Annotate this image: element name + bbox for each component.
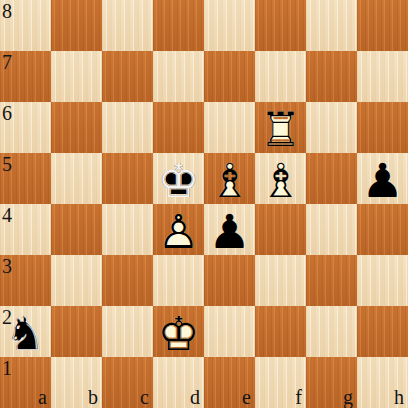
square-h7[interactable]: [357, 51, 408, 102]
white-rook-outline-glyph: ♖: [255, 102, 306, 157]
square-c2[interactable]: [102, 306, 153, 357]
square-g6[interactable]: [306, 102, 357, 153]
white-rook[interactable]: ♜♖: [255, 102, 306, 153]
black-pawn-fill-glyph: ♟: [204, 204, 255, 259]
square-a1[interactable]: 1a: [0, 357, 51, 408]
file-label-a: a: [38, 387, 47, 407]
square-e8[interactable]: [204, 0, 255, 51]
rank-label-7: 7: [2, 52, 12, 72]
rank-label-8: 8: [2, 1, 12, 21]
square-f7[interactable]: [255, 51, 306, 102]
square-c6[interactable]: [102, 102, 153, 153]
square-g4[interactable]: [306, 204, 357, 255]
square-d8[interactable]: [153, 0, 204, 51]
square-e6[interactable]: [204, 102, 255, 153]
square-e1[interactable]: e: [204, 357, 255, 408]
chess-board: 876♜♖5♚♔♝♗♝♗♟4♟♙♟32♞♘♚♔1abcdefgh: [0, 0, 408, 408]
rank-label-4: 4: [2, 205, 12, 225]
file-label-f: f: [295, 387, 302, 407]
square-h6[interactable]: [357, 102, 408, 153]
black-pawn-fill-glyph: ♟: [357, 153, 408, 208]
white-bishop[interactable]: ♝♗: [255, 153, 306, 204]
square-a2[interactable]: 2♞♘: [0, 306, 51, 357]
square-d2[interactable]: ♚♔: [153, 306, 204, 357]
white-bishop[interactable]: ♝♗: [204, 153, 255, 204]
rank-label-1: 1: [2, 358, 12, 378]
file-label-c: c: [140, 387, 149, 407]
square-c4[interactable]: [102, 204, 153, 255]
square-f5[interactable]: ♝♗: [255, 153, 306, 204]
square-d1[interactable]: d: [153, 357, 204, 408]
square-b3[interactable]: [51, 255, 102, 306]
square-f2[interactable]: [255, 306, 306, 357]
square-h8[interactable]: [357, 0, 408, 51]
square-e4[interactable]: ♟: [204, 204, 255, 255]
file-label-b: b: [88, 387, 98, 407]
rank-label-5: 5: [2, 154, 12, 174]
square-c1[interactable]: c: [102, 357, 153, 408]
square-g3[interactable]: [306, 255, 357, 306]
file-label-e: e: [242, 387, 251, 407]
white-pawn[interactable]: ♟♙: [153, 204, 204, 255]
square-d6[interactable]: [153, 102, 204, 153]
square-e3[interactable]: [204, 255, 255, 306]
black-pawn[interactable]: ♟: [204, 204, 255, 255]
square-h4[interactable]: [357, 204, 408, 255]
square-b6[interactable]: [51, 102, 102, 153]
file-label-h: h: [394, 387, 404, 407]
square-b4[interactable]: [51, 204, 102, 255]
rank-label-3: 3: [2, 256, 12, 276]
square-a4[interactable]: 4: [0, 204, 51, 255]
square-h5[interactable]: ♟: [357, 153, 408, 204]
square-f6[interactable]: ♜♖: [255, 102, 306, 153]
square-h3[interactable]: [357, 255, 408, 306]
square-e7[interactable]: [204, 51, 255, 102]
square-f4[interactable]: [255, 204, 306, 255]
square-g8[interactable]: [306, 0, 357, 51]
square-d3[interactable]: [153, 255, 204, 306]
square-b5[interactable]: [51, 153, 102, 204]
square-c3[interactable]: [102, 255, 153, 306]
square-b2[interactable]: [51, 306, 102, 357]
black-king[interactable]: ♚♔: [153, 153, 204, 204]
square-c8[interactable]: [102, 0, 153, 51]
square-d7[interactable]: [153, 51, 204, 102]
white-pawn-outline-glyph: ♙: [153, 204, 204, 259]
square-a6[interactable]: 6: [0, 102, 51, 153]
square-c5[interactable]: [102, 153, 153, 204]
white-king-outline-glyph: ♔: [153, 306, 204, 361]
square-f8[interactable]: [255, 0, 306, 51]
file-label-d: d: [190, 387, 200, 407]
square-g1[interactable]: g: [306, 357, 357, 408]
square-a3[interactable]: 3: [0, 255, 51, 306]
square-f3[interactable]: [255, 255, 306, 306]
rank-label-6: 6: [2, 103, 12, 123]
white-bishop-outline-glyph: ♗: [204, 153, 255, 208]
black-king-detail-glyph: ♔: [153, 153, 204, 208]
square-b8[interactable]: [51, 0, 102, 51]
square-g5[interactable]: [306, 153, 357, 204]
square-c7[interactable]: [102, 51, 153, 102]
square-h2[interactable]: [357, 306, 408, 357]
square-e2[interactable]: [204, 306, 255, 357]
square-a8[interactable]: 8: [0, 0, 51, 51]
square-e5[interactable]: ♝♗: [204, 153, 255, 204]
square-f1[interactable]: f: [255, 357, 306, 408]
rank-label-2: 2: [2, 307, 12, 327]
square-b1[interactable]: b: [51, 357, 102, 408]
square-d5[interactable]: ♚♔: [153, 153, 204, 204]
square-d4[interactable]: ♟♙: [153, 204, 204, 255]
file-label-g: g: [343, 387, 353, 407]
square-g7[interactable]: [306, 51, 357, 102]
white-king[interactable]: ♚♔: [153, 306, 204, 357]
square-b7[interactable]: [51, 51, 102, 102]
white-bishop-outline-glyph: ♗: [255, 153, 306, 208]
square-a5[interactable]: 5: [0, 153, 51, 204]
square-h1[interactable]: h: [357, 357, 408, 408]
black-pawn[interactable]: ♟: [357, 153, 408, 204]
square-g2[interactable]: [306, 306, 357, 357]
square-a7[interactable]: 7: [0, 51, 51, 102]
